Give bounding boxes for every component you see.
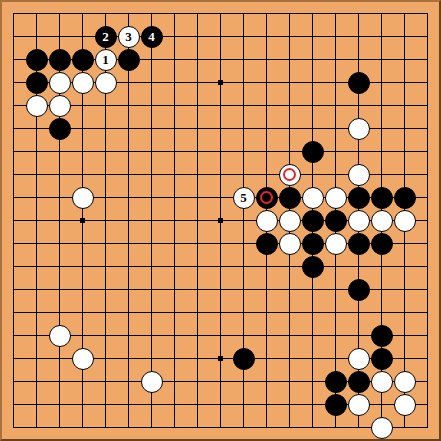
intersection[interactable]	[117, 301, 140, 324]
intersection[interactable]	[301, 301, 324, 324]
intersection[interactable]	[370, 25, 393, 48]
intersection[interactable]	[278, 186, 301, 209]
intersection[interactable]	[255, 71, 278, 94]
intersection[interactable]	[278, 370, 301, 393]
intersection[interactable]	[117, 278, 140, 301]
intersection[interactable]	[255, 255, 278, 278]
intersection[interactable]	[255, 301, 278, 324]
intersection[interactable]	[416, 393, 439, 416]
intersection[interactable]	[117, 255, 140, 278]
intersection[interactable]	[71, 393, 94, 416]
intersection[interactable]	[140, 48, 163, 71]
intersection[interactable]	[232, 301, 255, 324]
intersection[interactable]	[117, 416, 140, 439]
intersection[interactable]	[2, 94, 25, 117]
intersection[interactable]	[186, 48, 209, 71]
intersection[interactable]	[117, 71, 140, 94]
intersection[interactable]	[186, 71, 209, 94]
intersection[interactable]	[347, 209, 370, 232]
intersection[interactable]	[94, 232, 117, 255]
intersection[interactable]	[301, 347, 324, 370]
intersection[interactable]	[370, 2, 393, 25]
intersection[interactable]	[48, 209, 71, 232]
intersection[interactable]	[186, 301, 209, 324]
intersection[interactable]	[117, 48, 140, 71]
intersection[interactable]	[209, 163, 232, 186]
intersection[interactable]	[416, 347, 439, 370]
intersection[interactable]	[117, 94, 140, 117]
intersection[interactable]	[370, 278, 393, 301]
intersection[interactable]	[347, 2, 370, 25]
intersection[interactable]	[140, 393, 163, 416]
intersection[interactable]	[370, 232, 393, 255]
intersection[interactable]	[25, 94, 48, 117]
intersection[interactable]	[324, 2, 347, 25]
intersection[interactable]	[255, 416, 278, 439]
intersection[interactable]	[393, 25, 416, 48]
intersection[interactable]	[255, 163, 278, 186]
intersection[interactable]	[301, 278, 324, 301]
intersection[interactable]	[301, 232, 324, 255]
intersection[interactable]	[25, 186, 48, 209]
intersection[interactable]	[2, 25, 25, 48]
intersection[interactable]	[48, 2, 71, 25]
intersection[interactable]	[71, 209, 94, 232]
intersection[interactable]	[163, 255, 186, 278]
intersection[interactable]	[94, 71, 117, 94]
intersection[interactable]	[301, 163, 324, 186]
intersection[interactable]	[117, 209, 140, 232]
intersection[interactable]	[209, 301, 232, 324]
intersection[interactable]	[48, 370, 71, 393]
intersection[interactable]	[140, 278, 163, 301]
intersection[interactable]	[48, 163, 71, 186]
intersection[interactable]	[347, 278, 370, 301]
intersection[interactable]	[163, 71, 186, 94]
intersection[interactable]	[416, 2, 439, 25]
intersection[interactable]	[25, 301, 48, 324]
intersection[interactable]	[25, 117, 48, 140]
intersection[interactable]	[163, 117, 186, 140]
intersection[interactable]	[186, 416, 209, 439]
intersection[interactable]	[71, 324, 94, 347]
intersection[interactable]	[186, 163, 209, 186]
intersection[interactable]	[232, 48, 255, 71]
intersection[interactable]	[2, 393, 25, 416]
intersection[interactable]	[163, 324, 186, 347]
intersection[interactable]	[301, 324, 324, 347]
intersection[interactable]	[2, 163, 25, 186]
intersection[interactable]	[301, 71, 324, 94]
intersection[interactable]	[370, 255, 393, 278]
intersection[interactable]	[71, 48, 94, 71]
intersection[interactable]	[416, 324, 439, 347]
intersection[interactable]	[209, 393, 232, 416]
intersection[interactable]	[71, 416, 94, 439]
intersection[interactable]	[2, 324, 25, 347]
intersection[interactable]	[186, 278, 209, 301]
intersection[interactable]	[301, 255, 324, 278]
intersection[interactable]: 3	[117, 25, 140, 48]
intersection[interactable]	[71, 71, 94, 94]
intersection[interactable]	[117, 370, 140, 393]
intersection[interactable]	[232, 324, 255, 347]
intersection[interactable]	[232, 370, 255, 393]
intersection[interactable]	[94, 393, 117, 416]
intersection[interactable]	[324, 347, 347, 370]
intersection[interactable]	[393, 117, 416, 140]
intersection[interactable]	[209, 255, 232, 278]
intersection[interactable]	[2, 416, 25, 439]
intersection[interactable]	[255, 232, 278, 255]
intersection[interactable]	[370, 370, 393, 393]
intersection[interactable]	[347, 48, 370, 71]
intersection[interactable]	[278, 140, 301, 163]
intersection[interactable]	[393, 301, 416, 324]
intersection[interactable]	[48, 416, 71, 439]
intersection[interactable]	[2, 347, 25, 370]
intersection[interactable]	[232, 94, 255, 117]
intersection[interactable]	[25, 255, 48, 278]
intersection[interactable]	[278, 324, 301, 347]
intersection[interactable]	[2, 255, 25, 278]
intersection[interactable]	[2, 301, 25, 324]
intersection[interactable]	[117, 2, 140, 25]
intersection[interactable]	[232, 25, 255, 48]
intersection[interactable]	[255, 324, 278, 347]
intersection[interactable]	[416, 209, 439, 232]
intersection[interactable]	[347, 324, 370, 347]
intersection[interactable]	[301, 2, 324, 25]
intersection[interactable]	[370, 117, 393, 140]
intersection[interactable]	[94, 140, 117, 163]
intersection[interactable]	[186, 186, 209, 209]
intersection[interactable]	[393, 163, 416, 186]
intersection[interactable]	[278, 416, 301, 439]
intersection[interactable]	[209, 117, 232, 140]
intersection[interactable]	[324, 278, 347, 301]
intersection[interactable]	[232, 393, 255, 416]
intersection[interactable]	[117, 347, 140, 370]
intersection[interactable]	[324, 48, 347, 71]
intersection[interactable]	[186, 324, 209, 347]
intersection[interactable]	[163, 186, 186, 209]
intersection[interactable]	[48, 140, 71, 163]
intersection[interactable]	[416, 117, 439, 140]
intersection[interactable]	[370, 324, 393, 347]
intersection[interactable]	[324, 186, 347, 209]
intersection[interactable]: 2	[94, 25, 117, 48]
intersection[interactable]	[393, 347, 416, 370]
intersection[interactable]	[278, 48, 301, 71]
intersection[interactable]	[324, 94, 347, 117]
intersection[interactable]	[324, 232, 347, 255]
intersection[interactable]	[2, 117, 25, 140]
intersection[interactable]	[94, 301, 117, 324]
intersection[interactable]	[71, 255, 94, 278]
intersection[interactable]	[324, 370, 347, 393]
intersection[interactable]	[163, 94, 186, 117]
intersection[interactable]	[71, 94, 94, 117]
intersection[interactable]	[163, 301, 186, 324]
intersection[interactable]	[301, 48, 324, 71]
intersection[interactable]	[2, 209, 25, 232]
intersection[interactable]	[393, 48, 416, 71]
intersection[interactable]	[278, 2, 301, 25]
intersection[interactable]	[163, 48, 186, 71]
intersection[interactable]	[278, 71, 301, 94]
intersection[interactable]	[232, 232, 255, 255]
intersection[interactable]	[255, 278, 278, 301]
intersection[interactable]	[324, 140, 347, 163]
intersection[interactable]	[163, 393, 186, 416]
intersection[interactable]	[209, 25, 232, 48]
intersection[interactable]	[25, 370, 48, 393]
intersection[interactable]	[347, 71, 370, 94]
intersection[interactable]	[370, 163, 393, 186]
intersection[interactable]	[94, 186, 117, 209]
intersection[interactable]	[94, 2, 117, 25]
intersection[interactable]	[186, 140, 209, 163]
intersection[interactable]	[71, 186, 94, 209]
intersection[interactable]	[209, 347, 232, 370]
intersection[interactable]	[370, 301, 393, 324]
intersection[interactable]	[232, 416, 255, 439]
intersection[interactable]	[278, 255, 301, 278]
intersection[interactable]	[186, 347, 209, 370]
intersection[interactable]	[48, 255, 71, 278]
intersection[interactable]	[324, 255, 347, 278]
intersection[interactable]	[324, 416, 347, 439]
intersection[interactable]	[370, 347, 393, 370]
intersection[interactable]	[140, 163, 163, 186]
intersection[interactable]	[416, 301, 439, 324]
intersection[interactable]	[278, 232, 301, 255]
intersection[interactable]	[209, 416, 232, 439]
intersection[interactable]	[255, 25, 278, 48]
intersection[interactable]	[209, 94, 232, 117]
intersection[interactable]	[140, 2, 163, 25]
intersection[interactable]	[2, 71, 25, 94]
intersection[interactable]	[347, 163, 370, 186]
intersection[interactable]	[140, 186, 163, 209]
intersection[interactable]	[370, 71, 393, 94]
intersection[interactable]	[278, 117, 301, 140]
intersection[interactable]	[416, 94, 439, 117]
intersection[interactable]	[71, 232, 94, 255]
intersection[interactable]	[324, 209, 347, 232]
intersection[interactable]	[324, 163, 347, 186]
intersection[interactable]	[117, 232, 140, 255]
intersection[interactable]	[324, 393, 347, 416]
intersection[interactable]	[71, 163, 94, 186]
intersection[interactable]	[416, 140, 439, 163]
intersection[interactable]	[347, 347, 370, 370]
intersection[interactable]	[416, 163, 439, 186]
intersection[interactable]	[140, 232, 163, 255]
intersection[interactable]	[301, 140, 324, 163]
intersection[interactable]	[117, 186, 140, 209]
intersection[interactable]	[2, 232, 25, 255]
intersection[interactable]	[393, 416, 416, 439]
intersection[interactable]	[255, 48, 278, 71]
intersection[interactable]	[186, 232, 209, 255]
intersection[interactable]	[393, 232, 416, 255]
intersection[interactable]	[278, 301, 301, 324]
intersection[interactable]	[255, 347, 278, 370]
intersection[interactable]	[25, 25, 48, 48]
intersection[interactable]	[393, 209, 416, 232]
intersection[interactable]	[393, 278, 416, 301]
intersection[interactable]	[2, 2, 25, 25]
intersection[interactable]	[25, 71, 48, 94]
intersection[interactable]	[186, 117, 209, 140]
intersection[interactable]	[117, 393, 140, 416]
intersection[interactable]	[255, 2, 278, 25]
intersection[interactable]	[94, 255, 117, 278]
intersection[interactable]	[94, 94, 117, 117]
intersection[interactable]	[2, 370, 25, 393]
intersection[interactable]	[301, 117, 324, 140]
intersection[interactable]	[393, 393, 416, 416]
intersection[interactable]	[209, 186, 232, 209]
intersection[interactable]	[25, 347, 48, 370]
intersection[interactable]	[163, 209, 186, 232]
intersection[interactable]	[301, 393, 324, 416]
intersection[interactable]	[232, 140, 255, 163]
intersection[interactable]	[324, 117, 347, 140]
intersection[interactable]	[255, 117, 278, 140]
intersection[interactable]	[255, 370, 278, 393]
intersection[interactable]	[370, 416, 393, 439]
intersection[interactable]	[25, 278, 48, 301]
intersection[interactable]	[94, 209, 117, 232]
intersection[interactable]	[209, 209, 232, 232]
intersection[interactable]	[48, 301, 71, 324]
intersection[interactable]	[232, 71, 255, 94]
intersection[interactable]	[324, 301, 347, 324]
intersection[interactable]	[186, 393, 209, 416]
intersection[interactable]	[347, 140, 370, 163]
intersection[interactable]	[209, 71, 232, 94]
intersection[interactable]	[232, 117, 255, 140]
intersection[interactable]	[278, 94, 301, 117]
intersection[interactable]	[94, 370, 117, 393]
intersection[interactable]	[186, 94, 209, 117]
intersection[interactable]	[140, 71, 163, 94]
intersection[interactable]	[209, 48, 232, 71]
intersection[interactable]	[94, 347, 117, 370]
intersection[interactable]	[94, 416, 117, 439]
intersection[interactable]	[301, 209, 324, 232]
intersection[interactable]	[140, 209, 163, 232]
intersection[interactable]	[163, 140, 186, 163]
intersection[interactable]	[255, 393, 278, 416]
intersection[interactable]	[393, 370, 416, 393]
intersection[interactable]: 4	[140, 25, 163, 48]
intersection[interactable]	[48, 232, 71, 255]
intersection[interactable]	[347, 232, 370, 255]
intersection[interactable]	[163, 416, 186, 439]
intersection[interactable]	[347, 255, 370, 278]
intersection[interactable]	[393, 2, 416, 25]
intersection[interactable]	[232, 209, 255, 232]
intersection[interactable]	[48, 347, 71, 370]
intersection[interactable]	[48, 393, 71, 416]
intersection[interactable]	[416, 25, 439, 48]
intersection[interactable]	[25, 163, 48, 186]
intersection[interactable]	[186, 25, 209, 48]
intersection[interactable]	[301, 416, 324, 439]
intersection[interactable]	[25, 324, 48, 347]
intersection[interactable]	[140, 94, 163, 117]
intersection[interactable]	[255, 186, 278, 209]
intersection[interactable]	[186, 255, 209, 278]
intersection[interactable]	[255, 94, 278, 117]
intersection[interactable]	[209, 324, 232, 347]
intersection[interactable]: 1	[94, 48, 117, 71]
intersection[interactable]	[301, 25, 324, 48]
intersection[interactable]	[232, 255, 255, 278]
intersection[interactable]	[25, 393, 48, 416]
intersection[interactable]	[209, 278, 232, 301]
intersection[interactable]	[416, 186, 439, 209]
intersection[interactable]	[48, 117, 71, 140]
intersection[interactable]	[48, 25, 71, 48]
intersection[interactable]	[301, 186, 324, 209]
intersection[interactable]	[370, 186, 393, 209]
intersection[interactable]	[71, 140, 94, 163]
intersection[interactable]	[347, 301, 370, 324]
intersection[interactable]	[209, 232, 232, 255]
intersection[interactable]	[301, 94, 324, 117]
intersection[interactable]	[347, 393, 370, 416]
intersection[interactable]	[2, 140, 25, 163]
intersection[interactable]	[370, 393, 393, 416]
intersection[interactable]	[186, 370, 209, 393]
intersection[interactable]	[393, 324, 416, 347]
intersection[interactable]	[25, 232, 48, 255]
intersection[interactable]	[140, 347, 163, 370]
intersection[interactable]	[71, 278, 94, 301]
intersection[interactable]	[71, 301, 94, 324]
intersection[interactable]	[393, 140, 416, 163]
intersection[interactable]	[416, 48, 439, 71]
intersection[interactable]	[71, 370, 94, 393]
intersection[interactable]	[347, 117, 370, 140]
intersection[interactable]	[163, 163, 186, 186]
intersection[interactable]	[347, 25, 370, 48]
intersection[interactable]	[347, 94, 370, 117]
intersection[interactable]	[416, 416, 439, 439]
intersection[interactable]	[278, 393, 301, 416]
intersection[interactable]	[2, 278, 25, 301]
intersection[interactable]	[416, 255, 439, 278]
intersection[interactable]	[163, 370, 186, 393]
intersection[interactable]	[140, 301, 163, 324]
intersection[interactable]	[163, 2, 186, 25]
intersection[interactable]	[393, 94, 416, 117]
intersection[interactable]	[140, 117, 163, 140]
intersection[interactable]	[25, 2, 48, 25]
intersection[interactable]	[117, 163, 140, 186]
intersection[interactable]	[416, 71, 439, 94]
intersection[interactable]	[25, 140, 48, 163]
intersection[interactable]	[278, 278, 301, 301]
intersection[interactable]	[301, 370, 324, 393]
intersection[interactable]	[25, 209, 48, 232]
intersection[interactable]	[48, 94, 71, 117]
